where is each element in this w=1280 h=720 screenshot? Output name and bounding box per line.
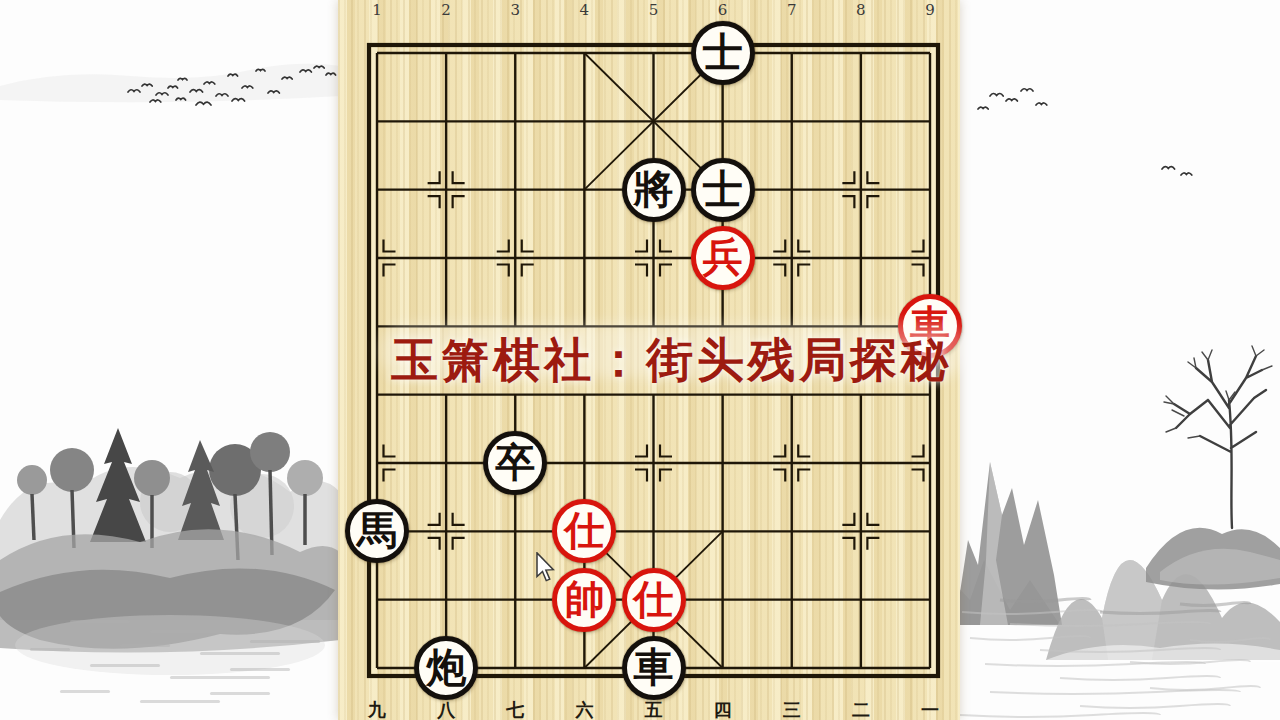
piece-glyph: 仕 [634,579,674,619]
faint-ridge [0,64,340,103]
red-pawn-piece[interactable]: 兵 [691,226,755,290]
piece-glyph: 帥 [564,579,604,619]
video-title-overlay: 玉箫棋社：街头残局探秘 [391,329,952,392]
video-frame: 123456789 九八七六五四三二一 士將士兵車卒馬仕帥仕炮車 玉箫棋社：街头… [0,0,1280,720]
black-cannon-piece[interactable]: 炮 [414,636,478,700]
piece-glyph: 兵 [703,237,743,277]
red-advisor-piece[interactable]: 仕 [622,568,686,632]
piece-glyph: 士 [703,169,743,209]
black-horse-piece[interactable]: 馬 [345,499,409,563]
bird-flock-right [978,89,1192,175]
black-chariot-piece[interactable]: 車 [622,636,686,700]
ink-painting-left [0,0,340,720]
piece-glyph: 車 [634,647,674,687]
black-general-piece[interactable]: 將 [622,158,686,222]
red-advisor-piece[interactable]: 仕 [552,499,616,563]
ink-painting-right [950,0,1280,720]
red-general-piece[interactable]: 帥 [552,568,616,632]
piece-glyph: 仕 [564,510,604,550]
black-pawn-piece[interactable]: 卒 [483,431,547,495]
mouse-cursor [536,552,555,582]
black-advisor-piece[interactable]: 士 [691,21,755,85]
piece-glyph: 將 [634,169,674,209]
piece-glyph: 士 [703,32,743,72]
piece-glyph: 炮 [426,647,466,687]
bare-tree [1164,346,1272,528]
water-mist-left [15,615,325,675]
piece-glyph: 馬 [357,510,397,550]
piece-glyph: 卒 [495,442,535,482]
black-advisor-piece[interactable]: 士 [691,158,755,222]
